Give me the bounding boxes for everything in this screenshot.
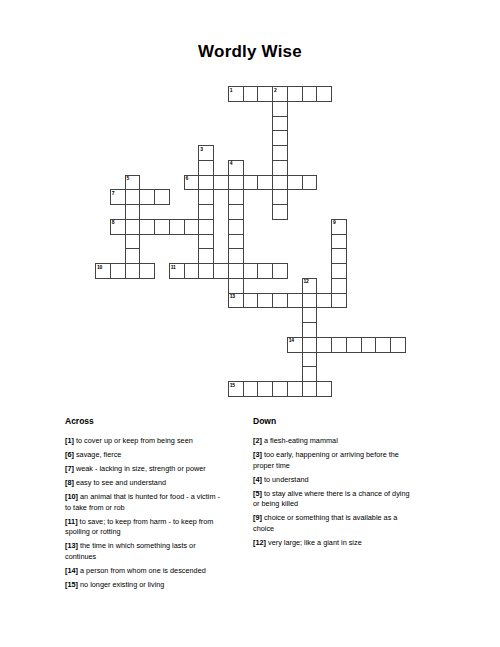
grid-cell-r6c11[interactable] (257, 175, 273, 191)
grid-cell-r14c10[interactable] (243, 293, 259, 309)
grid-cell-r9c1[interactable]: 8 (110, 219, 126, 235)
page-title: Wordly Wise (0, 42, 500, 62)
cell-number-4: 4 (230, 161, 233, 166)
grid-cell-r13c16[interactable] (331, 278, 347, 294)
down-clue-number-2: [2] (253, 436, 262, 445)
grid-cell-r12c16[interactable] (331, 263, 347, 279)
grid-cell-r20c13[interactable] (287, 381, 303, 397)
down-header: Down (253, 417, 437, 426)
cell-number-1: 1 (230, 88, 233, 93)
grid-cell-r12c0[interactable]: 10 (95, 263, 111, 279)
across-clue-list: [1] to cover up or keep from being seen[… (65, 436, 253, 590)
cell-number-10: 10 (97, 265, 102, 270)
across-clue-number-11: [11] (65, 517, 78, 526)
grid-cell-r20c14[interactable] (302, 381, 318, 397)
down-clue-9: [9] choice or something that is availabl… (253, 513, 437, 534)
grid-cell-r12c5[interactable]: 11 (169, 263, 185, 279)
down-clue-5: [5] to stay alive where there is a chanc… (253, 489, 437, 510)
across-clue-number-6: [6] (65, 450, 74, 459)
grid-cell-r16c14[interactable] (302, 322, 318, 338)
grid-cell-r19c14[interactable] (302, 366, 318, 382)
down-clue-3: [3] too early, happening or arriving bef… (253, 450, 437, 471)
grid-cell-r17c15[interactable] (316, 337, 332, 353)
across-clue-8: [8] easy to see and understand (65, 478, 253, 489)
grid-cell-r20c10[interactable] (243, 381, 259, 397)
grid-cell-r18c14[interactable] (302, 352, 318, 368)
grid-cell-r0c9[interactable]: 1 (228, 86, 244, 102)
cell-number-5: 5 (127, 176, 130, 181)
grid-cell-r8c7[interactable] (198, 204, 214, 220)
across-clue-15: [15] no longer existing or living (65, 580, 253, 591)
grid-cell-r12c11[interactable] (257, 263, 273, 279)
grid-cell-r20c9[interactable]: 15 (228, 381, 244, 397)
across-clue-number-14: [14] (65, 566, 78, 575)
grid-cell-r14c12[interactable] (272, 293, 288, 309)
grid-cell-r3c12[interactable] (272, 130, 288, 146)
grid-cell-r4c7[interactable]: 3 (198, 145, 214, 161)
grid-cell-r11c9[interactable] (228, 248, 244, 264)
grid-cell-r17c13[interactable]: 14 (287, 337, 303, 353)
across-clue-number-13: [13] (65, 541, 78, 550)
grid-cell-r4c12[interactable] (272, 145, 288, 161)
grid-cell-r17c18[interactable] (361, 337, 377, 353)
grid-cell-r12c9[interactable] (228, 263, 244, 279)
down-clue-4: [4] to understand (253, 475, 437, 486)
grid-cell-r12c2[interactable] (125, 263, 141, 279)
grid-cell-r14c15[interactable] (316, 293, 332, 309)
grid-cell-r14c11[interactable] (257, 293, 273, 309)
grid-cell-r10c9[interactable] (228, 234, 244, 250)
cell-number-15: 15 (230, 383, 235, 388)
grid-cell-r12c3[interactable] (139, 263, 155, 279)
cell-number-12: 12 (304, 279, 309, 284)
cell-number-2: 2 (274, 88, 277, 93)
down-clue-12: [12] very large; like a giant in size (253, 538, 437, 549)
grid-cell-r17c14[interactable] (302, 337, 318, 353)
down-clue-2: [2] a flesh-eating mammal (253, 436, 437, 447)
grid-cell-r12c10[interactable] (243, 263, 259, 279)
grid-cell-r6c7[interactable] (198, 175, 214, 191)
grid-cell-r12c1[interactable] (110, 263, 126, 279)
down-clue-number-4: [4] (253, 475, 262, 484)
grid-cell-r15c14[interactable] (302, 307, 318, 323)
grid-cell-r14c16[interactable] (331, 293, 347, 309)
across-clue-13: [13] the time in which something lasts o… (65, 541, 253, 562)
across-clue-14: [14] a person from whom one is descended (65, 566, 253, 577)
cell-number-3: 3 (200, 147, 203, 152)
grid-cell-r10c2[interactable] (125, 234, 141, 250)
grid-cell-r0c14[interactable] (302, 86, 318, 102)
grid-cell-r14c14[interactable] (302, 293, 318, 309)
down-clue-list: [2] a flesh-eating mammal[3] too early, … (253, 436, 437, 548)
grid-cell-r8c9[interactable] (228, 204, 244, 220)
across-header: Across (65, 417, 253, 426)
across-clue-number-10: [10] (65, 492, 78, 501)
grid-cell-r12c7[interactable] (198, 263, 214, 279)
across-clue-11: [11] to save; to keep from harm - to kee… (65, 517, 253, 538)
grid-cell-r5c9[interactable]: 4 (228, 160, 244, 176)
grid-cell-r10c16[interactable] (331, 234, 347, 250)
grid-cell-r17c19[interactable] (375, 337, 391, 353)
down-clue-number-12: [12] (253, 538, 266, 547)
across-clue-number-15: [15] (65, 580, 78, 589)
grid-cell-r11c16[interactable] (331, 248, 347, 264)
grid-cell-r20c15[interactable] (316, 381, 332, 397)
cell-number-6: 6 (186, 176, 189, 181)
grid-cell-r6c8[interactable] (213, 175, 229, 191)
grid-cell-r7c4[interactable] (154, 189, 170, 205)
cell-number-11: 11 (171, 265, 176, 270)
grid-cell-r9c7[interactable] (198, 219, 214, 235)
down-clue-number-9: [9] (253, 513, 262, 522)
grid-cell-r8c2[interactable] (125, 204, 141, 220)
grid-cell-r6c14[interactable] (302, 175, 318, 191)
grid-cell-r9c5[interactable] (169, 219, 185, 235)
grid-cell-r12c6[interactable] (184, 263, 200, 279)
grid-cell-r6c2[interactable]: 5 (125, 175, 141, 191)
grid-cell-r0c10[interactable] (243, 86, 259, 102)
grid-cell-r7c3[interactable] (139, 189, 155, 205)
grid-cell-r6c6[interactable]: 6 (184, 175, 200, 191)
cell-number-7: 7 (112, 191, 115, 196)
grid-cell-r7c2[interactable] (125, 189, 141, 205)
grid-cell-r7c1[interactable]: 7 (110, 189, 126, 205)
grid-cell-r0c15[interactable] (316, 86, 332, 102)
grid-cell-r9c9[interactable] (228, 219, 244, 235)
grid-cell-r6c13[interactable] (287, 175, 303, 191)
grid-cell-r7c9[interactable] (228, 189, 244, 205)
across-clue-10: [10] an animal that is hunted for food -… (65, 492, 253, 513)
grid-cell-r14c9[interactable]: 13 (228, 293, 244, 309)
across-clue-7: [7] weak - lacking in size, strength or … (65, 464, 253, 475)
grid-cell-r5c12[interactable] (272, 160, 288, 176)
down-clue-number-5: [5] (253, 489, 262, 498)
across-clue-number-8: [8] (65, 478, 74, 487)
grid-cell-r0c13[interactable] (287, 86, 303, 102)
grid-cell-r14c13[interactable] (287, 293, 303, 309)
grid-cell-r13c9[interactable] (228, 278, 244, 294)
grid-cell-r0c11[interactable] (257, 86, 273, 102)
grid-cell-r9c6[interactable] (184, 219, 200, 235)
grid-cell-r6c10[interactable] (243, 175, 259, 191)
grid-cell-r10c7[interactable] (198, 234, 214, 250)
grid-cell-r9c16[interactable]: 9 (331, 219, 347, 235)
grid-cell-r7c12[interactable] (272, 189, 288, 205)
across-clues-section: Across [1] to cover up or keep from bein… (65, 417, 253, 594)
cell-number-8: 8 (112, 220, 115, 225)
grid-cell-r12c12[interactable] (272, 263, 288, 279)
grid-cell-r8c12[interactable] (272, 204, 288, 220)
grid-cell-r7c7[interactable] (198, 189, 214, 205)
grid-cell-r9c3[interactable] (139, 219, 155, 235)
grid-cell-r17c16[interactable] (331, 337, 347, 353)
across-clue-number-7: [7] (65, 464, 74, 473)
grid-cell-r13c14[interactable]: 12 (302, 278, 318, 294)
cell-number-14: 14 (289, 338, 294, 343)
grid-cell-r5c7[interactable] (198, 160, 214, 176)
across-clue-6: [6] savage, fierce (65, 450, 253, 461)
grid-cell-r20c11[interactable] (257, 381, 273, 397)
grid-cell-r1c12[interactable] (272, 101, 288, 117)
across-clue-number-1: [1] (65, 436, 74, 445)
across-clue-1: [1] to cover up or keep from being seen (65, 436, 253, 447)
grid-cell-r9c2[interactable] (125, 219, 141, 235)
grid-cell-r2c12[interactable] (272, 116, 288, 132)
grid-cell-r11c2[interactable] (125, 248, 141, 264)
grid-cell-r6c12[interactable] (272, 175, 288, 191)
grid-cell-r17c17[interactable] (346, 337, 362, 353)
grid-cell-r17c20[interactable] (390, 337, 406, 353)
grid-cell-r11c7[interactable] (198, 248, 214, 264)
grid-cell-r9c4[interactable] (154, 219, 170, 235)
cell-number-13: 13 (230, 294, 235, 299)
down-clue-number-3: [3] (253, 450, 262, 459)
grid-cell-r0c12[interactable]: 2 (272, 86, 288, 102)
grid-cell-r6c9[interactable] (228, 175, 244, 191)
crossword-grid: 123456789101112131415 (95, 86, 406, 397)
down-clues-section: Down [2] a flesh-eating mammal[3] too ea… (253, 417, 437, 552)
cell-number-9: 9 (333, 220, 336, 225)
grid-cell-r12c8[interactable] (213, 263, 229, 279)
grid-cell-r20c12[interactable] (272, 381, 288, 397)
